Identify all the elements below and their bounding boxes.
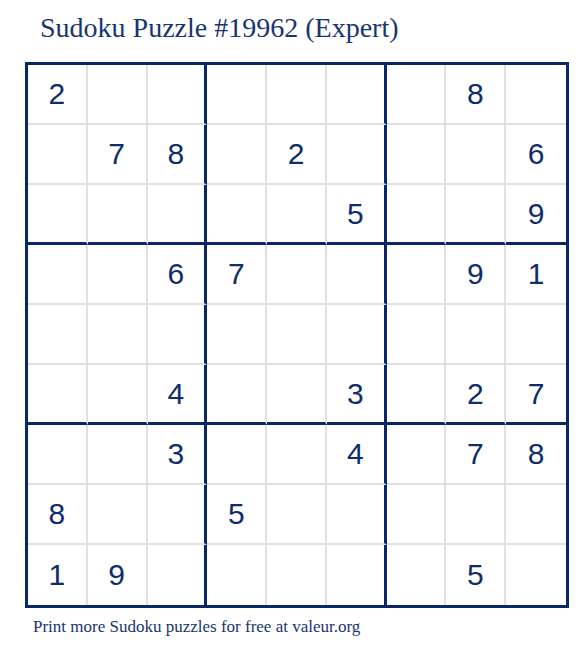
cell-r2c9: 6 <box>506 125 566 185</box>
cell-r8c4: 5 <box>207 485 267 545</box>
footer-text: Print more Sudoku puzzles for free at va… <box>33 617 360 637</box>
cell-r9c8: 5 <box>446 545 506 605</box>
sudoku-board: 2878265967914327347885195 <box>25 62 569 608</box>
cell-r1c7 <box>387 65 447 125</box>
cell-r7c2 <box>88 425 148 485</box>
cell-r7c4 <box>207 425 267 485</box>
cell-r9c5 <box>267 545 327 605</box>
cell-r4c4: 7 <box>207 245 267 305</box>
cell-r4c1 <box>28 245 88 305</box>
cell-r6c7 <box>387 365 447 425</box>
cell-r9c2: 9 <box>88 545 148 605</box>
cell-r9c3 <box>148 545 208 605</box>
cell-r1c4 <box>207 65 267 125</box>
cell-r5c5 <box>267 305 327 365</box>
cell-r6c4 <box>207 365 267 425</box>
cell-r6c9: 7 <box>506 365 566 425</box>
cell-r3c8 <box>446 185 506 245</box>
cell-r7c3: 3 <box>148 425 208 485</box>
cell-r6c1 <box>28 365 88 425</box>
cell-r1c8: 8 <box>446 65 506 125</box>
cell-r3c3 <box>148 185 208 245</box>
cell-r3c7 <box>387 185 447 245</box>
cell-r4c5 <box>267 245 327 305</box>
cell-r8c1: 8 <box>28 485 88 545</box>
cell-r2c7 <box>387 125 447 185</box>
cell-r5c1 <box>28 305 88 365</box>
cell-r5c7 <box>387 305 447 365</box>
cell-r5c2 <box>88 305 148 365</box>
cell-r3c2 <box>88 185 148 245</box>
cell-r3c6: 5 <box>327 185 387 245</box>
cell-r3c5 <box>267 185 327 245</box>
cell-r2c4 <box>207 125 267 185</box>
cell-r5c9 <box>506 305 566 365</box>
cell-r1c3 <box>148 65 208 125</box>
cell-r5c6 <box>327 305 387 365</box>
cell-r9c9 <box>506 545 566 605</box>
cell-r1c1: 2 <box>28 65 88 125</box>
cell-r8c5 <box>267 485 327 545</box>
cell-r8c3 <box>148 485 208 545</box>
cell-r6c2 <box>88 365 148 425</box>
cell-r9c1: 1 <box>28 545 88 605</box>
cell-r2c5: 2 <box>267 125 327 185</box>
cell-r7c6: 4 <box>327 425 387 485</box>
cell-r9c7 <box>387 545 447 605</box>
cell-r8c8 <box>446 485 506 545</box>
cell-r1c2 <box>88 65 148 125</box>
cell-r6c3: 4 <box>148 365 208 425</box>
cell-r2c6 <box>327 125 387 185</box>
cell-r7c1 <box>28 425 88 485</box>
cell-r8c7 <box>387 485 447 545</box>
cell-r6c6: 3 <box>327 365 387 425</box>
page: Sudoku Puzzle #19962 (Expert) 2878265967… <box>0 0 580 651</box>
cell-r2c1 <box>28 125 88 185</box>
cell-r7c9: 8 <box>506 425 566 485</box>
cell-r3c9: 9 <box>506 185 566 245</box>
cell-r4c7 <box>387 245 447 305</box>
cell-r2c2: 7 <box>88 125 148 185</box>
cell-r3c1 <box>28 185 88 245</box>
cell-r8c6 <box>327 485 387 545</box>
cell-r4c3: 6 <box>148 245 208 305</box>
puzzle-title: Sudoku Puzzle #19962 (Expert) <box>40 12 399 44</box>
cell-r2c8 <box>446 125 506 185</box>
cell-r1c9 <box>506 65 566 125</box>
cell-r9c4 <box>207 545 267 605</box>
cell-r1c6 <box>327 65 387 125</box>
cell-r2c3: 8 <box>148 125 208 185</box>
cell-r5c3 <box>148 305 208 365</box>
cell-r7c8: 7 <box>446 425 506 485</box>
cell-r8c9 <box>506 485 566 545</box>
cell-r8c2 <box>88 485 148 545</box>
cell-r6c8: 2 <box>446 365 506 425</box>
cell-r5c4 <box>207 305 267 365</box>
cell-r4c8: 9 <box>446 245 506 305</box>
cell-r9c6 <box>327 545 387 605</box>
cell-r4c6 <box>327 245 387 305</box>
cell-r1c5 <box>267 65 327 125</box>
cell-r5c8 <box>446 305 506 365</box>
cell-r7c7 <box>387 425 447 485</box>
cell-r7c5 <box>267 425 327 485</box>
cell-r3c4 <box>207 185 267 245</box>
cell-r6c5 <box>267 365 327 425</box>
cell-r4c2 <box>88 245 148 305</box>
cell-r4c9: 1 <box>506 245 566 305</box>
